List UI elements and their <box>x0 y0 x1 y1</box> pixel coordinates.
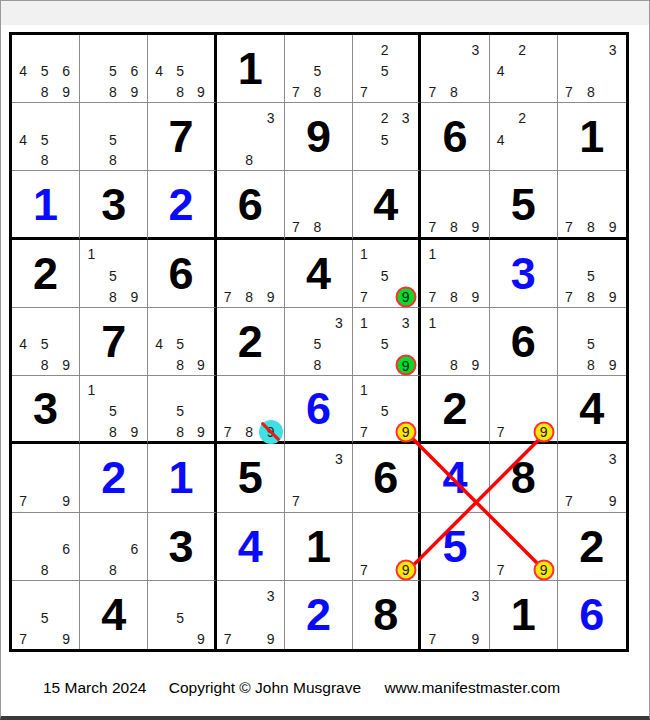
solved-digit: 2 <box>148 171 213 236</box>
solved-digit: 6 <box>558 581 626 649</box>
candidate-3: 3 <box>402 316 410 330</box>
candidate-8: 8 <box>245 290 253 304</box>
candidate-9: 9 <box>472 290 480 304</box>
candidate-9-green-circle: 9 <box>395 355 416 376</box>
solved-digit: 3 <box>490 240 557 307</box>
cell-r7c7[interactable]: 4 <box>421 444 489 512</box>
candidate-6: 6 <box>62 64 70 78</box>
candidate-7: 7 <box>429 632 437 646</box>
cell-r8c2[interactable]: 68 <box>80 513 148 581</box>
candidate-8: 8 <box>450 85 458 99</box>
given-digit: 4 <box>558 376 626 441</box>
candidate-2: 2 <box>381 111 389 125</box>
candidate-7: 7 <box>19 494 27 508</box>
candidate-9: 9 <box>609 290 617 304</box>
candidate-4: 4 <box>497 64 505 78</box>
cell-r5c9[interactable]: 589 <box>558 308 626 376</box>
candidate-7: 7 <box>429 290 437 304</box>
cell-r1c6[interactable]: 257 <box>353 35 421 103</box>
cell-r2c1[interactable]: 458 <box>12 103 80 171</box>
candidate-5: 5 <box>41 133 49 147</box>
candidate-2: 2 <box>518 43 526 57</box>
solved-digit: 5 <box>421 513 488 580</box>
cell-r6c2[interactable]: 1589 <box>80 376 148 444</box>
candidate-7: 7 <box>429 220 437 234</box>
cell-r9c6[interactable]: 8 <box>353 581 421 649</box>
cell-r5c7[interactable]: 189 <box>421 308 489 376</box>
cell-r4c9[interactable]: 5789 <box>558 240 626 308</box>
candidate-9: 9 <box>609 494 617 508</box>
cell-r8c5[interactable]: 1 <box>285 513 353 581</box>
candidate-2: 2 <box>381 43 389 57</box>
candidate-2: 2 <box>518 111 526 125</box>
candidate-8: 8 <box>176 358 184 372</box>
given-digit: 4 <box>353 171 418 236</box>
cell-r2c4[interactable]: 38 <box>217 103 285 171</box>
given-digit: 2 <box>558 513 626 580</box>
cell-r6c1[interactable]: 3 <box>12 376 80 444</box>
candidate-8: 8 <box>587 220 595 234</box>
cell-r3c9[interactable]: 789 <box>558 171 626 239</box>
candidate-5: 5 <box>381 133 389 147</box>
page: 4568956894589157825737824378458587389235… <box>0 0 650 720</box>
candidate-5: 5 <box>176 611 184 625</box>
candidate-8: 8 <box>245 153 253 167</box>
solved-digit: 2 <box>80 444 147 511</box>
cell-r6c3[interactable]: 589 <box>148 376 216 444</box>
cell-r6c6[interactable]: 1579 <box>353 376 421 444</box>
cell-r8c4[interactable]: 4 <box>217 513 285 581</box>
cell-r4c7[interactable]: 1789 <box>421 240 489 308</box>
candidate-9: 9 <box>62 85 70 99</box>
candidate-8: 8 <box>109 290 117 304</box>
candidate-8: 8 <box>176 425 184 439</box>
candidate-9: 9 <box>62 358 70 372</box>
cell-r1c2[interactable]: 5689 <box>80 35 148 103</box>
cell-r9c9[interactable]: 6 <box>558 581 626 649</box>
candidate-4: 4 <box>19 64 27 78</box>
solved-digit: 4 <box>421 444 488 511</box>
cell-r5c6[interactable]: 1359 <box>353 308 421 376</box>
given-digit: 6 <box>353 444 418 511</box>
candidate-8: 8 <box>41 563 49 577</box>
cell-r6c9[interactable]: 4 <box>558 376 626 444</box>
candidate-9-cyan-strike-circle: 9 <box>259 420 283 444</box>
candidate-8: 8 <box>450 358 458 372</box>
candidate-9: 9 <box>130 85 138 99</box>
given-digit: 9 <box>285 103 352 170</box>
cell-r2c6[interactable]: 235 <box>353 103 421 171</box>
candidate-9: 9 <box>130 425 138 439</box>
candidate-9-yellow-circle: 9 <box>395 421 416 442</box>
candidate-7: 7 <box>429 85 437 99</box>
cell-r1c4[interactable]: 1 <box>217 35 285 103</box>
candidate-7: 7 <box>360 425 368 439</box>
candidate-5: 5 <box>41 64 49 78</box>
cell-r2c8[interactable]: 24 <box>490 103 558 171</box>
candidate-9: 9 <box>62 632 70 646</box>
given-digit: 5 <box>217 444 284 511</box>
candidate-5: 5 <box>41 337 49 351</box>
candidate-6: 6 <box>130 64 138 78</box>
cell-r3c5[interactable]: 78 <box>285 171 353 239</box>
candidate-5: 5 <box>109 133 117 147</box>
candidate-8: 8 <box>587 85 595 99</box>
cell-r9c1[interactable]: 579 <box>12 581 80 649</box>
candidate-7: 7 <box>19 632 27 646</box>
candidate-8: 8 <box>314 85 322 99</box>
cell-r9c5[interactable]: 2 <box>285 581 353 649</box>
candidate-7: 7 <box>292 85 300 99</box>
candidate-8: 8 <box>41 358 49 372</box>
candidate-6: 6 <box>130 542 138 556</box>
candidate-8: 8 <box>450 220 458 234</box>
candidate-5: 5 <box>587 269 595 283</box>
solved-digit: 6 <box>285 376 352 441</box>
cell-r7c6[interactable]: 6 <box>353 444 421 512</box>
candidate-5: 5 <box>176 64 184 78</box>
candidate-8: 8 <box>109 153 117 167</box>
candidate-3: 3 <box>609 452 617 466</box>
candidate-5: 5 <box>109 269 117 283</box>
candidate-7: 7 <box>224 290 232 304</box>
cell-r1c3[interactable]: 4589 <box>148 35 216 103</box>
candidate-4: 4 <box>497 133 505 147</box>
cell-r4c4[interactable]: 789 <box>217 240 285 308</box>
candidate-4: 4 <box>19 133 27 147</box>
cell-r7c5[interactable]: 37 <box>285 444 353 512</box>
solved-digit: 2 <box>285 581 352 649</box>
candidate-7: 7 <box>292 494 300 508</box>
cell-r9c4[interactable]: 379 <box>217 581 285 649</box>
given-digit: 7 <box>80 308 147 375</box>
cell-r4c8[interactable]: 3 <box>490 240 558 308</box>
footer-copyright: Copyright © John Musgrave <box>169 679 361 696</box>
candidate-5: 5 <box>587 337 595 351</box>
cell-r7c8[interactable]: 8 <box>490 444 558 512</box>
cell-r7c2[interactable]: 2 <box>80 444 148 512</box>
candidate-3: 3 <box>267 589 275 603</box>
cell-r4c1[interactable]: 2 <box>12 240 80 308</box>
candidate-9-yellow-circle: 9 <box>533 421 554 442</box>
candidate-7: 7 <box>224 632 232 646</box>
candidate-9: 9 <box>197 632 205 646</box>
candidate-5: 5 <box>176 337 184 351</box>
candidate-1: 1 <box>429 247 437 261</box>
candidate-8: 8 <box>109 85 117 99</box>
candidate-5: 5 <box>314 64 322 78</box>
candidate-3: 3 <box>267 111 275 125</box>
given-digit: 3 <box>80 171 147 236</box>
candidate-9: 9 <box>472 220 480 234</box>
cell-r5c2[interactable]: 7 <box>80 308 148 376</box>
cell-r1c5[interactable]: 578 <box>285 35 353 103</box>
candidate-8: 8 <box>587 358 595 372</box>
candidate-8: 8 <box>41 153 49 167</box>
candidate-1: 1 <box>87 247 95 261</box>
candidate-1: 1 <box>360 247 368 261</box>
given-digit: 8 <box>490 444 557 511</box>
cell-r3c4[interactable]: 6 <box>217 171 285 239</box>
candidate-7: 7 <box>360 85 368 99</box>
candidate-1: 1 <box>429 316 437 330</box>
cell-r6c4[interactable]: 789 <box>217 376 285 444</box>
candidate-7: 7 <box>565 220 573 234</box>
candidate-9: 9 <box>267 632 275 646</box>
candidate-3: 3 <box>472 43 480 57</box>
candidate-9: 9 <box>609 358 617 372</box>
candidate-8: 8 <box>41 85 49 99</box>
given-digit: 3 <box>148 513 213 580</box>
candidate-7: 7 <box>565 85 573 99</box>
candidate-8: 8 <box>314 220 322 234</box>
candidate-3: 3 <box>335 316 343 330</box>
candidate-7: 7 <box>224 425 232 439</box>
cell-r4c3[interactable]: 6 <box>148 240 216 308</box>
candidate-5: 5 <box>314 337 322 351</box>
given-digit: 4 <box>285 240 352 307</box>
candidate-8: 8 <box>176 85 184 99</box>
given-digit: 1 <box>558 103 626 170</box>
cell-r8c7[interactable]: 5 <box>421 513 489 581</box>
candidate-9: 9 <box>472 358 480 372</box>
cell-r7c4[interactable]: 5 <box>217 444 285 512</box>
candidate-4: 4 <box>19 337 27 351</box>
candidate-1: 1 <box>360 316 368 330</box>
candidate-7: 7 <box>360 290 368 304</box>
given-digit: 6 <box>490 308 557 375</box>
cell-r5c5[interactable]: 358 <box>285 308 353 376</box>
candidate-9-yellow-circle: 9 <box>395 559 416 580</box>
candidate-5: 5 <box>41 611 49 625</box>
cell-r8c6[interactable]: 79 <box>353 513 421 581</box>
candidate-4: 4 <box>155 337 163 351</box>
candidate-7: 7 <box>497 563 505 577</box>
solved-digit: 4 <box>217 513 284 580</box>
candidate-1: 1 <box>360 383 368 397</box>
candidate-5: 5 <box>381 404 389 418</box>
candidate-8: 8 <box>314 358 322 372</box>
candidate-8: 8 <box>245 425 253 439</box>
given-digit: 1 <box>490 581 557 649</box>
cell-r9c7[interactable]: 379 <box>421 581 489 649</box>
given-digit: 4 <box>80 581 147 649</box>
candidate-7: 7 <box>292 220 300 234</box>
candidate-7: 7 <box>360 563 368 577</box>
solved-digit: 1 <box>12 171 79 236</box>
candidate-4: 4 <box>155 64 163 78</box>
cell-r4c5[interactable]: 4 <box>285 240 353 308</box>
candidate-1: 1 <box>87 383 95 397</box>
candidate-7: 7 <box>565 494 573 508</box>
cell-r8c1[interactable]: 68 <box>12 513 80 581</box>
given-digit: 2 <box>12 240 79 307</box>
cell-r2c9[interactable]: 1 <box>558 103 626 171</box>
candidate-7: 7 <box>565 290 573 304</box>
cell-r4c6[interactable]: 1579 <box>353 240 421 308</box>
candidate-9: 9 <box>472 632 480 646</box>
given-digit: 2 <box>421 376 488 441</box>
cell-r6c8[interactable]: 79 <box>490 376 558 444</box>
given-digit: 3 <box>12 376 79 441</box>
cell-r1c8[interactable]: 24 <box>490 35 558 103</box>
cell-r9c8[interactable]: 1 <box>490 581 558 649</box>
candidate-8: 8 <box>450 290 458 304</box>
candidate-9: 9 <box>130 290 138 304</box>
candidate-7: 7 <box>497 425 505 439</box>
candidate-8: 8 <box>587 290 595 304</box>
solved-digit: 1 <box>148 444 213 511</box>
cell-r5c1[interactable]: 4589 <box>12 308 80 376</box>
candidate-5: 5 <box>109 404 117 418</box>
candidate-9-yellow-circle: 9 <box>533 559 554 580</box>
cell-r9c2[interactable]: 4 <box>80 581 148 649</box>
cell-r2c7[interactable]: 6 <box>421 103 489 171</box>
candidate-9: 9 <box>197 425 205 439</box>
given-digit: 8 <box>353 581 418 649</box>
given-digit: 6 <box>148 240 213 307</box>
footer-date: 15 March 2024 <box>43 679 146 696</box>
cell-r6c5[interactable]: 6 <box>285 376 353 444</box>
candidate-5: 5 <box>176 404 184 418</box>
cell-r2c5[interactable]: 9 <box>285 103 353 171</box>
candidate-8: 8 <box>109 425 117 439</box>
cell-r3c6[interactable]: 4 <box>353 171 421 239</box>
cell-r2c2[interactable]: 58 <box>80 103 148 171</box>
cell-r1c9[interactable]: 378 <box>558 35 626 103</box>
cell-r3c8[interactable]: 5 <box>490 171 558 239</box>
candidate-3: 3 <box>609 43 617 57</box>
given-digit: 1 <box>285 513 352 580</box>
candidate-5: 5 <box>381 337 389 351</box>
cell-r8c8[interactable]: 79 <box>490 513 558 581</box>
candidate-6: 6 <box>62 542 70 556</box>
candidate-9: 9 <box>197 85 205 99</box>
candidate-9-green-circle: 9 <box>395 286 416 307</box>
candidate-8: 8 <box>109 563 117 577</box>
given-digit: 6 <box>217 171 284 236</box>
cell-r7c9[interactable]: 379 <box>558 444 626 512</box>
cell-r5c4[interactable]: 2 <box>217 308 285 376</box>
given-digit: 2 <box>217 308 284 375</box>
given-digit: 6 <box>421 103 488 170</box>
cell-r8c3[interactable]: 3 <box>148 513 216 581</box>
title-bar <box>1 1 649 25</box>
cell-r3c2[interactable]: 3 <box>80 171 148 239</box>
candidate-3: 3 <box>472 589 480 603</box>
cell-r1c7[interactable]: 378 <box>421 35 489 103</box>
cell-r4c2[interactable]: 1589 <box>80 240 148 308</box>
cell-r1c1[interactable]: 45689 <box>12 35 80 103</box>
candidate-5: 5 <box>381 269 389 283</box>
cell-r2c3[interactable]: 7 <box>148 103 216 171</box>
cell-r6c7[interactable]: 2 <box>421 376 489 444</box>
candidate-9: 9 <box>197 358 205 372</box>
cell-r3c3[interactable]: 2 <box>148 171 216 239</box>
cell-r5c8[interactable]: 6 <box>490 308 558 376</box>
candidate-9: 9 <box>609 220 617 234</box>
cell-r3c7[interactable]: 789 <box>421 171 489 239</box>
footer-website-link[interactable]: www.manifestmaster.com <box>384 679 560 696</box>
cell-r8c9[interactable]: 2 <box>558 513 626 581</box>
cell-r5c3[interactable]: 4589 <box>148 308 216 376</box>
candidate-5: 5 <box>109 64 117 78</box>
given-digit: 1 <box>217 35 284 102</box>
cell-r7c3[interactable]: 1 <box>148 444 216 512</box>
candidate-3: 3 <box>402 111 410 125</box>
candidate-3: 3 <box>335 452 343 466</box>
sudoku-board: 4568956894589157825737824378458587389235… <box>9 32 629 652</box>
candidate-9: 9 <box>62 494 70 508</box>
given-digit: 7 <box>148 103 213 170</box>
given-digit: 5 <box>490 171 557 236</box>
candidate-5: 5 <box>381 64 389 78</box>
cell-r3c1[interactable]: 1 <box>12 171 80 239</box>
cell-r9c3[interactable]: 59 <box>148 581 216 649</box>
candidate-9: 9 <box>267 290 275 304</box>
footer: 15 March 2024 Copyright © John Musgrave … <box>43 679 560 697</box>
cell-r7c1[interactable]: 79 <box>12 444 80 512</box>
